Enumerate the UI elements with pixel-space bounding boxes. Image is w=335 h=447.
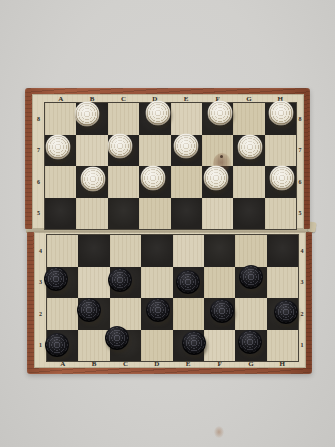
checker-black[interactable]: ⛂	[182, 331, 206, 355]
square-e2[interactable]	[173, 298, 204, 330]
checker-white[interactable]: ⛀	[203, 165, 228, 190]
rank-label-2: 2	[298, 311, 306, 317]
checker-white[interactable]: ⛀	[174, 134, 199, 159]
square-e7[interactable]: ⛀	[171, 135, 202, 167]
rank-label-4: 4	[34, 248, 47, 254]
square-h5[interactable]	[265, 198, 296, 230]
square-g7[interactable]: ⛀	[233, 135, 264, 167]
rank-label-5: 5	[32, 210, 45, 216]
square-g8[interactable]	[233, 103, 264, 135]
file-label-f: F	[204, 360, 235, 368]
rank-label-7: 7	[32, 147, 45, 153]
square-d4[interactable]	[141, 235, 172, 267]
square-h3[interactable]	[267, 267, 298, 299]
square-a3[interactable]: ⛂	[47, 267, 78, 299]
square-b2[interactable]: ⛂	[78, 298, 109, 330]
square-h8[interactable]: ⛀	[265, 103, 296, 135]
rank-label-7: 7	[296, 147, 304, 153]
file-label-c: C	[110, 360, 141, 368]
square-h6[interactable]: ⛀	[265, 166, 296, 198]
board-grid-top: ⛀⛀⛀⛀⛀⛀⛀⛀⛀⛀⛀⛀	[45, 103, 296, 229]
board-grid-bottom: ⛂⛂⛂⛂⛂⛂⛂⛂⛂⛂⛂⛂	[47, 235, 298, 361]
checker-white[interactable]: ⛀	[81, 166, 106, 191]
stain-mark-f3	[214, 426, 224, 438]
checker-white[interactable]: ⛀	[237, 135, 262, 160]
square-e3[interactable]: ⛂	[173, 267, 204, 299]
square-a6[interactable]	[45, 166, 76, 198]
rank-label-4: 4	[298, 248, 306, 254]
square-f2[interactable]: ⛂	[204, 298, 235, 330]
square-d2[interactable]: ⛂	[141, 298, 172, 330]
checker-white[interactable]: ⛀	[269, 100, 294, 125]
square-e1[interactable]: ⛂	[173, 330, 204, 362]
rank-label-2: 2	[34, 311, 47, 317]
rank-label-3: 3	[298, 279, 306, 285]
square-h2[interactable]: ⛂	[267, 298, 298, 330]
square-b8[interactable]: ⛀	[76, 103, 107, 135]
square-b4[interactable]	[78, 235, 109, 267]
square-b6[interactable]: ⛀	[76, 166, 107, 198]
square-f7[interactable]	[202, 135, 233, 167]
board-top-half: ABCDEFGH 8765 8765 ⛀⛀⛀⛀⛀⛀⛀⛀⛀⛀⛀⛀	[25, 88, 310, 229]
checker-white[interactable]: ⛀	[75, 101, 100, 126]
square-a8[interactable]	[45, 103, 76, 135]
rank-label-6: 6	[32, 179, 45, 185]
square-h7[interactable]	[265, 135, 296, 167]
square-a2[interactable]	[47, 298, 78, 330]
square-d7[interactable]	[139, 135, 170, 167]
rank-label-8: 8	[296, 116, 304, 122]
square-d6[interactable]: ⛀	[139, 166, 170, 198]
board-top-paper-border: ABCDEFGH 8765 8765 ⛀⛀⛀⛀⛀⛀⛀⛀⛀⛀⛀⛀	[32, 94, 304, 229]
checker-black[interactable]: ⛂	[274, 300, 298, 324]
square-f3[interactable]	[204, 267, 235, 299]
square-c5[interactable]	[108, 198, 139, 230]
square-a5[interactable]	[45, 198, 76, 230]
file-label-b: B	[78, 360, 109, 368]
square-a4[interactable]	[47, 235, 78, 267]
checker-white[interactable]: ⛀	[270, 165, 295, 190]
square-e6[interactable]	[171, 166, 202, 198]
square-c7[interactable]: ⛀	[108, 135, 139, 167]
square-c1[interactable]: ⛂	[110, 330, 141, 362]
square-g6[interactable]	[233, 166, 264, 198]
rank-labels-top-left: 8765	[32, 103, 45, 229]
checker-black[interactable]: ⛂	[108, 268, 132, 292]
square-f4[interactable]	[204, 235, 235, 267]
checker-black[interactable]: ⛂	[176, 270, 200, 294]
square-g4[interactable]	[235, 235, 266, 267]
square-e8[interactable]	[171, 103, 202, 135]
checker-black[interactable]: ⛂	[105, 326, 129, 350]
square-c2[interactable]	[110, 298, 141, 330]
file-labels-bottom: ABCDEFGH	[47, 360, 298, 368]
file-label-e: E	[173, 360, 204, 368]
checker-black[interactable]: ⛂	[77, 298, 101, 322]
rank-label-6: 6	[296, 179, 304, 185]
square-g1[interactable]: ⛂	[235, 330, 266, 362]
board-bottom-half: ⛂⛂⛂⛂⛂⛂⛂⛂⛂⛂⛂⛂ ABCDEFGH 4321 4321	[27, 232, 312, 374]
file-label-g: G	[235, 360, 266, 368]
checker-black[interactable]: ⛂	[239, 265, 263, 289]
square-c6[interactable]	[108, 166, 139, 198]
rank-labels-bottom-right: 4321	[298, 235, 306, 361]
square-g3[interactable]: ⛂	[235, 267, 266, 299]
square-d3[interactable]	[141, 267, 172, 299]
file-label-h: H	[267, 360, 298, 368]
square-e4[interactable]	[173, 235, 204, 267]
square-a1[interactable]: ⛂	[47, 330, 78, 362]
checker-black[interactable]: ⛂	[238, 330, 262, 354]
square-d1[interactable]	[141, 330, 172, 362]
square-c4[interactable]	[110, 235, 141, 267]
checkers-board: ABCDEFGH 8765 8765 ⛀⛀⛀⛀⛀⛀⛀⛀⛀⛀⛀⛀ ⛂⛂⛂⛂⛂⛂⛂⛂…	[25, 88, 313, 374]
checker-black[interactable]: ⛂	[44, 267, 68, 291]
checker-black[interactable]: ⛂	[45, 333, 69, 357]
checker-black[interactable]: ⛂	[146, 298, 170, 322]
square-d8[interactable]: ⛀	[139, 103, 170, 135]
square-f1[interactable]	[204, 330, 235, 362]
checker-white[interactable]: ⛀	[207, 100, 232, 125]
square-f6[interactable]: ⛀	[202, 166, 233, 198]
board-bottom-paper-border: ⛂⛂⛂⛂⛂⛂⛂⛂⛂⛂⛂⛂ ABCDEFGH 4321 4321	[34, 232, 306, 368]
checker-white[interactable]: ⛀	[140, 165, 165, 190]
square-b7[interactable]	[76, 135, 107, 167]
checker-white[interactable]: ⛀	[145, 100, 170, 125]
rank-label-1: 1	[298, 342, 306, 348]
square-h4[interactable]	[267, 235, 298, 267]
square-e5[interactable]	[171, 198, 202, 230]
square-g5[interactable]	[233, 198, 264, 230]
checker-white[interactable]: ⛀	[108, 134, 133, 159]
square-g2[interactable]	[235, 298, 266, 330]
square-b3[interactable]	[78, 267, 109, 299]
square-h1[interactable]	[267, 330, 298, 362]
square-c3[interactable]: ⛂	[110, 267, 141, 299]
file-label-a: A	[47, 360, 78, 368]
square-c8[interactable]	[108, 103, 139, 135]
square-f5[interactable]	[202, 198, 233, 230]
file-label-d: D	[141, 360, 172, 368]
photo-background: ABCDEFGH 8765 8765 ⛀⛀⛀⛀⛀⛀⛀⛀⛀⛀⛀⛀ ⛂⛂⛂⛂⛂⛂⛂⛂…	[0, 0, 335, 447]
rank-labels-top-right: 8765	[296, 103, 304, 229]
square-b5[interactable]	[76, 198, 107, 230]
checker-white[interactable]: ⛀	[45, 135, 70, 160]
checker-black[interactable]: ⛂	[210, 299, 234, 323]
rank-label-5: 5	[296, 210, 304, 216]
square-f8[interactable]: ⛀	[202, 103, 233, 135]
square-a7[interactable]: ⛀	[45, 135, 76, 167]
square-d5[interactable]	[139, 198, 170, 230]
rank-label-8: 8	[32, 116, 45, 122]
